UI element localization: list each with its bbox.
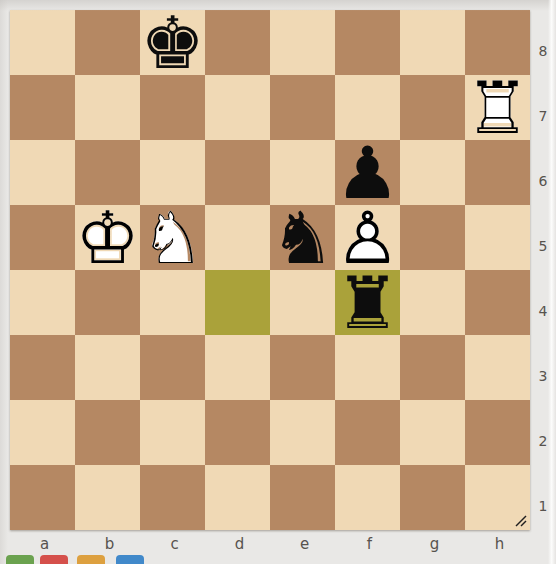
square-a7[interactable] [10,75,75,140]
square-e8[interactable] [270,10,335,75]
square-g3[interactable] [400,335,465,400]
square-d5[interactable] [205,205,270,270]
square-e7[interactable] [270,75,335,140]
square-h3[interactable] [465,335,530,400]
resize-grip-icon [512,512,528,528]
square-a4[interactable] [10,270,75,335]
square-b4[interactable] [75,270,140,335]
square-c8[interactable]: ♚ [140,10,205,75]
square-a8[interactable] [10,10,75,75]
square-e4[interactable] [270,270,335,335]
square-h6[interactable] [465,140,530,205]
black-rook-glyph: ♜ [335,270,400,335]
square-g8[interactable] [400,10,465,75]
square-a2[interactable] [10,400,75,465]
file-label-b: b [77,532,142,556]
square-g2[interactable] [400,400,465,465]
square-c2[interactable] [140,400,205,465]
taskbar-chip-blue[interactable] [116,555,144,564]
square-c1[interactable] [140,465,205,530]
square-f3[interactable] [335,335,400,400]
window-right-edge [548,0,556,564]
white-king-glyph: ♔ [75,205,140,270]
piece-black-knight-e5[interactable]: ♞ [270,205,335,270]
square-g7[interactable] [400,75,465,140]
square-d8[interactable] [205,10,270,75]
square-a6[interactable] [10,140,75,205]
square-f2[interactable] [335,400,400,465]
square-g6[interactable] [400,140,465,205]
file-label-h: h [467,532,532,556]
square-b1[interactable] [75,465,140,530]
black-knight-glyph: ♞ [270,205,335,270]
square-h7[interactable]: ♜♖ [465,75,530,140]
square-d6[interactable] [205,140,270,205]
piece-white-king-b5[interactable]: ♚♔ [75,205,140,270]
piece-white-rook-h7[interactable]: ♜♖ [465,75,530,140]
file-label-a: a [12,532,77,556]
taskbar-chip-orange[interactable] [77,555,105,564]
taskbar-chip-green[interactable] [6,555,34,564]
piece-white-knight-c5[interactable]: ♞♘ [140,205,205,270]
square-e2[interactable] [270,400,335,465]
chess-board: ♚♜♖♟♚♔♞♘♞♟♙♜ [10,10,530,530]
square-c7[interactable] [140,75,205,140]
square-b5[interactable]: ♚♔ [75,205,140,270]
square-f1[interactable] [335,465,400,530]
square-g1[interactable] [400,465,465,530]
file-coordinates: abcdefgh [12,532,532,556]
square-a3[interactable] [10,335,75,400]
square-b7[interactable] [75,75,140,140]
square-e5[interactable]: ♞ [270,205,335,270]
square-c3[interactable] [140,335,205,400]
square-d4[interactable] [205,270,270,335]
file-label-f: f [337,532,402,556]
square-g4[interactable] [400,270,465,335]
square-g5[interactable] [400,205,465,270]
square-b3[interactable] [75,335,140,400]
piece-black-king-c8[interactable]: ♚ [140,10,205,75]
square-c5[interactable]: ♞♘ [140,205,205,270]
square-f8[interactable] [335,10,400,75]
file-label-c: c [142,532,207,556]
square-d3[interactable] [205,335,270,400]
black-king-glyph: ♚ [140,10,205,75]
white-knight-glyph: ♘ [140,205,205,270]
square-a5[interactable] [10,205,75,270]
square-h4[interactable] [465,270,530,335]
taskbar-peek [0,555,556,564]
square-b8[interactable] [75,10,140,75]
file-label-e: e [272,532,337,556]
square-d2[interactable] [205,400,270,465]
board-resize-handle[interactable] [512,512,528,528]
square-d1[interactable] [205,465,270,530]
square-e3[interactable] [270,335,335,400]
square-e1[interactable] [270,465,335,530]
square-b2[interactable] [75,400,140,465]
square-f4[interactable]: ♜ [335,270,400,335]
taskbar-chip-red[interactable] [40,555,68,564]
file-label-d: d [207,532,272,556]
file-label-g: g [402,532,467,556]
square-h5[interactable] [465,205,530,270]
square-d7[interactable] [205,75,270,140]
white-rook-glyph: ♖ [465,75,530,140]
square-a1[interactable] [10,465,75,530]
square-h2[interactable] [465,400,530,465]
piece-black-rook-f4[interactable]: ♜ [335,270,400,335]
window-left-shadow [0,0,8,564]
square-c4[interactable] [140,270,205,335]
